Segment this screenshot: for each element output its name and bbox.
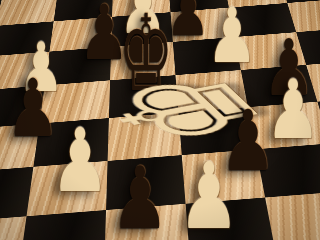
pieces-layer: ♟♟♟♟♟♚♟♟♚♟♟♟♟♟ <box>0 0 320 240</box>
piece-white-pawn-f3[interactable]: ♟ <box>178 151 240 240</box>
chessboard-photo: ♟♟♟♟♟♚♟♟♚♟♟♟♟♟ <box>0 0 320 240</box>
piece-white-pawn-d4[interactable]: ♟ <box>50 117 109 205</box>
piece-black-pawn-e3[interactable]: ♟ <box>111 155 169 240</box>
